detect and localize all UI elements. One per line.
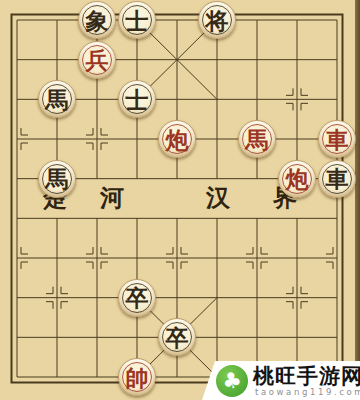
piece-red-帥[interactable]: 帥 [118, 358, 156, 396]
river-label-he: 河 [100, 182, 124, 214]
piece-character: 将 [206, 9, 229, 32]
piece-character: 士 [126, 9, 149, 32]
watermark-title: 桃旺手游网 [253, 364, 360, 387]
piece-character: 車 [326, 167, 349, 190]
clover-icon: ♣ [216, 365, 248, 397]
piece-black-象[interactable]: 象 [78, 1, 116, 39]
piece-black-馬[interactable]: 馬 [38, 160, 76, 198]
watermark: ♣ 桃旺手游网 taowang119.com [202, 361, 360, 400]
piece-character: 象 [86, 9, 109, 32]
xiangqi-screenshot: 楚 河 汉 界 象士将兵馬士炮馬車馬炮車卒卒帥 ♣ 桃旺手游网 taowang1… [0, 0, 360, 400]
piece-black-士[interactable]: 士 [118, 1, 156, 39]
piece-character: 士 [126, 88, 149, 111]
piece-character: 帥 [126, 366, 149, 389]
piece-red-馬[interactable]: 馬 [238, 120, 276, 158]
piece-red-炮[interactable]: 炮 [158, 120, 196, 158]
piece-character: 馬 [246, 128, 269, 151]
piece-red-車[interactable]: 車 [318, 120, 356, 158]
piece-character: 馬 [46, 167, 69, 190]
piece-red-兵[interactable]: 兵 [78, 41, 116, 79]
piece-character: 馬 [46, 88, 69, 111]
piece-black-卒[interactable]: 卒 [118, 279, 156, 317]
watermark-url: taowang119.com [255, 387, 360, 397]
piece-red-炮[interactable]: 炮 [278, 160, 316, 198]
piece-character: 卒 [126, 286, 149, 309]
piece-character: 卒 [166, 326, 189, 349]
piece-character: 兵 [86, 48, 109, 71]
piece-black-将[interactable]: 将 [198, 1, 236, 39]
river-label-han: 汉 [206, 182, 230, 214]
piece-black-車[interactable]: 車 [318, 160, 356, 198]
piece-character: 炮 [166, 128, 189, 151]
piece-character: 車 [326, 128, 349, 151]
piece-character: 炮 [286, 167, 309, 190]
